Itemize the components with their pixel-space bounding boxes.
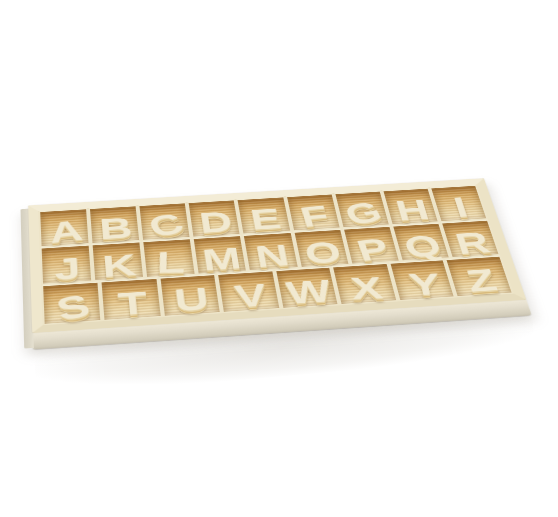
compartment-F: F bbox=[285, 193, 342, 231]
compartment-U: U bbox=[158, 274, 222, 317]
letter-X: X bbox=[349, 276, 382, 302]
compartment-A: A bbox=[38, 208, 90, 247]
compartment-I: I bbox=[429, 185, 488, 223]
compartment-E: E bbox=[236, 196, 292, 234]
letter-M: M bbox=[201, 246, 241, 272]
letter-P: P bbox=[354, 236, 390, 263]
letter-O: O bbox=[303, 240, 342, 266]
letter-U: U bbox=[173, 287, 208, 315]
letter-V: V bbox=[233, 283, 267, 310]
product-photo: ABCDEFGHIJKLMNOPQRSTUVWXYZ bbox=[0, 0, 558, 517]
letter-F: F bbox=[298, 204, 330, 229]
compartment-D: D bbox=[187, 199, 242, 238]
letter-S: S bbox=[53, 293, 90, 323]
letter-J: J bbox=[54, 256, 79, 282]
letter-Z: Z bbox=[464, 268, 498, 294]
letter-G: G bbox=[341, 200, 384, 227]
letter-N: N bbox=[254, 243, 290, 269]
letter-C: C bbox=[145, 212, 186, 240]
compartment-W: W bbox=[274, 266, 340, 309]
compartment-L: L bbox=[141, 238, 197, 279]
letter-K: K bbox=[101, 253, 135, 279]
compartment-grid: ABCDEFGHIJKLMNOPQRSTUVWXYZ bbox=[38, 185, 514, 326]
letter-Y: Y bbox=[407, 272, 440, 298]
compartment-C: C bbox=[138, 202, 192, 241]
letter-W: W bbox=[284, 279, 331, 307]
letter-E: E bbox=[248, 207, 280, 232]
compartment-R: R bbox=[440, 219, 501, 259]
letter-B: B bbox=[99, 216, 132, 241]
compartment-S: S bbox=[41, 281, 103, 325]
compartment-J: J bbox=[40, 244, 94, 285]
letter-A: A bbox=[47, 219, 82, 245]
compartment-V: V bbox=[216, 270, 281, 313]
compartment-N: N bbox=[242, 231, 300, 271]
compartment-M: M bbox=[192, 235, 249, 276]
letter-T: T bbox=[117, 291, 146, 318]
letter-D: D bbox=[198, 210, 232, 235]
compartment-K: K bbox=[91, 241, 146, 282]
letter-R: R bbox=[453, 231, 491, 256]
compartment-Z: Z bbox=[445, 256, 514, 298]
letter-H: H bbox=[393, 198, 429, 222]
letter-L: L bbox=[156, 250, 183, 275]
letter-Q: Q bbox=[400, 233, 444, 261]
compartment-O: O bbox=[292, 228, 350, 268]
compartment-T: T bbox=[100, 278, 163, 322]
compartment-B: B bbox=[88, 205, 141, 244]
letter-I: I bbox=[451, 196, 469, 219]
compartment-X: X bbox=[331, 263, 398, 306]
